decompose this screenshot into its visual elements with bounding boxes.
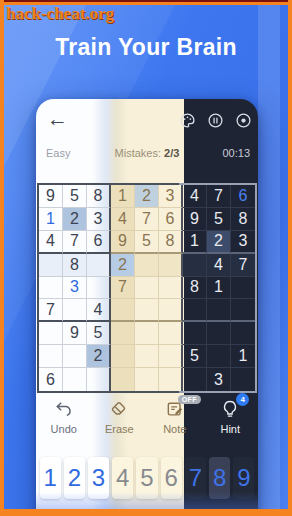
cell-r3c9[interactable]: 3 [231, 231, 255, 254]
cell-r7c6[interactable] [159, 322, 183, 345]
cell-r2c6[interactable]: 6 [159, 208, 183, 231]
cell-r1c5[interactable]: 2 [135, 185, 159, 208]
cell-r2c9[interactable]: 8 [231, 208, 255, 231]
hint-label: Hint [220, 423, 240, 435]
undo-icon [54, 399, 74, 419]
cell-r8c6[interactable] [159, 345, 183, 368]
cell-r8c7[interactable]: 5 [183, 345, 207, 368]
cell-r6c5[interactable] [135, 299, 159, 322]
cell-r4c9[interactable]: 7 [231, 254, 255, 277]
cell-r7c2[interactable]: 9 [63, 322, 87, 345]
cell-r2c4[interactable]: 4 [111, 208, 135, 231]
numpad-key-6[interactable]: 6 [161, 457, 182, 499]
cell-r4c4[interactable]: 2 [111, 254, 135, 277]
cell-r4c8[interactable]: 4 [207, 254, 231, 277]
cell-r6c8[interactable] [207, 299, 231, 322]
cell-r8c4[interactable] [111, 345, 135, 368]
cell-r4c2[interactable]: 8 [63, 254, 87, 277]
cell-r7c5[interactable] [135, 322, 159, 345]
undo-button[interactable]: Undo [36, 399, 92, 445]
cell-r8c2[interactable] [63, 345, 87, 368]
cell-r1c6[interactable]: 3 [159, 185, 183, 208]
watermark-text: hack-cheat.org [6, 4, 114, 24]
cell-r9c5[interactable] [135, 368, 159, 391]
cell-r5c3[interactable] [87, 277, 111, 300]
cell-r3c1[interactable]: 4 [39, 231, 63, 254]
cell-r6c1[interactable]: 7 [39, 299, 63, 322]
cell-r4c7[interactable] [183, 254, 207, 277]
cell-r2c8[interactable]: 5 [207, 208, 231, 231]
cell-r6c7[interactable] [183, 299, 207, 322]
sudoku-grid: 9581234761234769584769581238247378174952… [37, 183, 257, 393]
numpad-key-2[interactable]: 2 [64, 457, 85, 499]
cell-r8c1[interactable] [39, 345, 63, 368]
note-off-badge: OFF [178, 395, 201, 404]
number-pad: 123456789 [38, 457, 256, 499]
numpad-key-1[interactable]: 1 [40, 457, 61, 499]
numpad-key-7[interactable]: 7 [185, 457, 206, 499]
cell-r1c8[interactable]: 7 [207, 185, 231, 208]
cell-r5c4[interactable]: 7 [111, 277, 135, 300]
cell-r5c5[interactable] [135, 277, 159, 300]
screenshot-canvas: hack-cheat.org Train Your Brain ← Easy M… [0, 0, 292, 516]
cell-r9c7[interactable] [183, 368, 207, 391]
mistakes-label: Mistakes: [115, 147, 161, 159]
cell-r9c6[interactable] [159, 368, 183, 391]
cell-r1c9[interactable]: 6 [231, 185, 255, 208]
cell-r6c6[interactable] [159, 299, 183, 322]
palette-icon[interactable] [179, 112, 196, 129]
cell-r9c9[interactable] [231, 368, 255, 391]
cell-r5c7[interactable]: 8 [183, 277, 207, 300]
cell-r6c9[interactable] [231, 299, 255, 322]
cell-r1c3[interactable]: 8 [87, 185, 111, 208]
topbar-icons [179, 112, 252, 129]
cell-r9c8[interactable]: 3 [207, 368, 231, 391]
mistakes-value: 2/3 [164, 147, 179, 159]
back-arrow-icon[interactable]: ← [47, 107, 68, 131]
cell-r9c1[interactable]: 6 [39, 368, 63, 391]
cell-r8c3[interactable]: 2 [87, 345, 111, 368]
erase-label: Erase [105, 423, 134, 435]
cell-r6c4[interactable] [111, 299, 135, 322]
cell-r1c4[interactable]: 1 [111, 185, 135, 208]
pause-icon[interactable] [207, 112, 224, 129]
cell-r4c5[interactable] [135, 254, 159, 277]
cell-r3c4[interactable]: 9 [111, 231, 135, 254]
cell-r7c1[interactable] [39, 322, 63, 345]
timer-value: 00:13 [222, 147, 250, 159]
cell-r4c3[interactable] [87, 254, 111, 277]
cell-r2c7[interactable]: 9 [183, 208, 207, 231]
cell-r8c5[interactable] [135, 345, 159, 368]
cell-r5c2[interactable]: 3 [63, 277, 87, 300]
cell-r5c8[interactable]: 1 [207, 277, 231, 300]
erase-button[interactable]: Erase [92, 399, 148, 445]
cell-r9c3[interactable] [87, 368, 111, 391]
cell-r3c8[interactable]: 2 [207, 231, 231, 254]
numpad-key-3[interactable]: 3 [88, 457, 109, 499]
hint-button[interactable]: 4 Hint [203, 399, 259, 445]
frame-bottom [0, 509, 292, 516]
cell-r7c7[interactable] [183, 322, 207, 345]
cell-r7c9[interactable] [231, 322, 255, 345]
cell-r7c4[interactable] [111, 322, 135, 345]
cell-r9c2[interactable] [63, 368, 87, 391]
note-label: Note [163, 423, 186, 435]
cell-r8c8[interactable] [207, 345, 231, 368]
background-right-band [258, 0, 280, 516]
numpad-key-9[interactable]: 9 [233, 457, 254, 499]
toolbar: Undo Erase OFF [36, 399, 258, 445]
cell-r7c3[interactable]: 5 [87, 322, 111, 345]
cell-r7c8[interactable] [207, 322, 231, 345]
cell-r3c7[interactable]: 1 [183, 231, 207, 254]
cell-r5c6[interactable] [159, 277, 183, 300]
cell-r5c9[interactable] [231, 277, 255, 300]
hint-count-badge: 4 [236, 393, 249, 406]
phone-screenshot: ← Easy Mistakes: 2/3 00:13 9581234761234… [36, 99, 258, 516]
cell-r9c4[interactable] [111, 368, 135, 391]
cell-r6c3[interactable]: 4 [87, 299, 111, 322]
frame-left [0, 0, 4, 516]
cell-r4c6[interactable] [159, 254, 183, 277]
cell-r2c5[interactable]: 7 [135, 208, 159, 231]
note-button[interactable]: OFF Note [147, 399, 203, 445]
numpad-key-4[interactable]: 4 [112, 457, 133, 499]
numpad-key-5[interactable]: 5 [136, 457, 157, 499]
cell-r3c5[interactable]: 5 [135, 231, 159, 254]
cell-r5c1[interactable] [39, 277, 63, 300]
cell-r3c3[interactable]: 6 [87, 231, 111, 254]
info-bar: Easy Mistakes: 2/3 00:13 [36, 147, 258, 163]
cell-r1c7[interactable]: 4 [183, 185, 207, 208]
cell-r1c2[interactable]: 5 [63, 185, 87, 208]
frame-right [288, 0, 292, 516]
eraser-icon [109, 399, 129, 419]
cell-r3c6[interactable]: 8 [159, 231, 183, 254]
cell-r8c9[interactable]: 1 [231, 345, 255, 368]
cell-r2c1[interactable]: 1 [39, 208, 63, 231]
cell-r6c2[interactable] [63, 299, 87, 322]
numpad-key-8[interactable]: 8 [209, 457, 230, 499]
record-icon[interactable] [235, 112, 252, 129]
cell-r4c1[interactable] [39, 254, 63, 277]
cell-r1c1[interactable]: 9 [39, 185, 63, 208]
cell-r2c2[interactable]: 2 [63, 208, 87, 231]
banner-title: Train Your Brain [0, 34, 292, 61]
cell-r2c3[interactable]: 3 [87, 208, 111, 231]
cell-r3c2[interactable]: 7 [63, 231, 87, 254]
undo-label: Undo [51, 423, 77, 435]
